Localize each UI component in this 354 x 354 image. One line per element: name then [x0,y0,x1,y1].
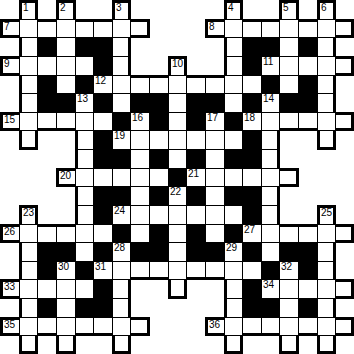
cell-3-1[interactable] [19,56,38,76]
cell-11-17[interactable]: 25 [317,205,336,225]
cell-13-1[interactable] [19,242,38,262]
block-cell-10-6 [112,186,131,206]
cell-13-4[interactable] [75,242,94,262]
block-cell-16-4 [75,298,94,318]
cell-4-12[interactable] [224,75,243,94]
block-cell-2-5 [93,37,113,57]
cell-4-15[interactable] [279,75,299,94]
cell-6-0[interactable]: 15 [0,112,20,131]
cell-6-7[interactable]: 16 [130,112,150,131]
cell-16-3[interactable] [56,298,76,318]
cell-3-6[interactable] [112,56,131,76]
cell-7-9[interactable] [168,130,187,150]
cell-9-7[interactable] [130,168,150,187]
cell-7-1[interactable] [19,130,38,150]
cell-17-0[interactable]: 35 [0,317,20,336]
cell-16-6[interactable] [112,298,131,318]
cell-9-8[interactable] [149,168,169,187]
cell-3-15[interactable] [279,56,299,76]
cell-15-6[interactable] [112,279,131,299]
cell-9-3[interactable]: 20 [56,168,76,187]
cell-3-16[interactable] [298,56,318,76]
cell-17-17[interactable] [317,317,336,336]
cell-3-18[interactable] [335,56,354,76]
cell-10-11[interactable] [205,186,225,206]
cell-12-11[interactable] [205,224,225,243]
cell-17-3[interactable] [56,317,76,336]
cell-2-12[interactable] [224,37,243,57]
cell-6-4[interactable] [75,112,94,131]
clue-number-18: 18 [244,113,255,123]
cell-7-4[interactable] [75,130,94,150]
block-cell-13-3 [56,242,76,262]
cell-3-0[interactable]: 9 [0,56,20,76]
cell-5-14[interactable]: 14 [261,93,280,113]
cell-17-4[interactable] [75,317,94,336]
block-cell-13-10 [186,242,206,262]
cell-9-14[interactable] [261,168,280,187]
cell-17-7[interactable] [130,317,150,336]
cell-9-12[interactable] [224,168,243,187]
clue-number-28: 28 [114,243,125,253]
cell-15-3[interactable] [56,279,76,299]
cell-12-1[interactable] [19,224,38,243]
cell-13-6[interactable]: 28 [112,242,131,262]
clue-number-23: 23 [23,208,34,218]
block-cell-4-14 [261,75,280,94]
cell-4-11[interactable] [205,75,225,94]
cell-8-14[interactable] [261,149,280,169]
cell-15-18[interactable] [335,279,354,299]
cell-2-6[interactable] [112,37,131,57]
cell-12-4[interactable] [75,224,94,243]
cell-11-6[interactable]: 24 [112,205,131,225]
cell-10-14[interactable] [261,186,280,206]
cell-1-5[interactable] [93,19,113,38]
cell-4-13[interactable] [242,75,262,94]
cell-1-16[interactable] [298,19,318,38]
block-cell-5-15 [279,93,299,113]
block-cell-11-5 [93,205,113,225]
cell-13-9[interactable] [168,242,187,262]
cell-17-6[interactable] [112,317,131,336]
cell-12-3[interactable] [56,224,76,243]
cell-1-12[interactable] [224,19,243,38]
cell-12-0[interactable]: 26 [0,224,20,243]
clue-number-32: 32 [281,262,292,272]
cell-17-5[interactable] [93,317,113,336]
cell-5-4[interactable]: 13 [75,93,94,113]
cell-11-10[interactable] [186,205,206,225]
cell-8-11[interactable] [205,149,225,169]
cell-15-16[interactable] [298,279,318,299]
cell-0-17[interactable]: 6 [317,0,336,20]
cell-18-1[interactable] [19,335,38,354]
cell-4-6[interactable] [112,75,131,94]
cell-15-1[interactable] [19,279,38,299]
cell-2-15[interactable] [279,37,299,57]
cell-6-14[interactable] [261,112,280,131]
cell-17-11[interactable]: 36 [205,317,225,336]
cell-3-9[interactable]: 10 [168,56,187,76]
block-cell-10-13 [242,186,262,206]
cell-12-17[interactable] [317,224,336,243]
clue-number-6: 6 [321,3,327,13]
cell-1-6[interactable] [112,19,131,38]
cell-9-15[interactable] [279,168,299,187]
cell-15-9[interactable] [168,279,187,299]
block-cell-5-10 [186,93,206,113]
block-cell-13-15 [279,242,299,262]
cell-5-9[interactable] [168,93,187,113]
block-cell-5-5 [93,93,113,113]
clue-number-34: 34 [263,280,274,290]
cell-2-1[interactable] [19,37,38,57]
cell-6-11[interactable]: 17 [205,112,225,131]
cell-11-8[interactable] [149,205,169,225]
cell-12-9[interactable] [168,224,187,243]
block-cell-8-8 [149,149,169,169]
cell-17-1[interactable] [19,317,38,336]
cell-7-10[interactable] [186,130,206,150]
block-cell-5-7 [130,93,150,113]
block-cell-13-5 [93,242,113,262]
cell-4-9[interactable] [168,75,187,94]
cell-18-17[interactable] [317,335,336,354]
cell-0-1[interactable]: 1 [19,0,38,20]
clue-number-10: 10 [172,59,183,69]
cell-7-14[interactable] [261,130,280,150]
cell-16-15[interactable] [279,298,299,318]
block-cell-8-12 [224,149,243,169]
cell-18-3[interactable] [56,335,76,354]
cell-7-11[interactable] [205,130,225,150]
cell-6-15[interactable] [279,112,299,131]
cell-2-17[interactable] [317,37,336,57]
cell-3-3[interactable] [56,56,76,76]
clue-number-1: 1 [23,3,29,13]
block-cell-13-8 [149,242,169,262]
cell-9-4[interactable] [75,168,94,187]
cell-5-6[interactable] [112,93,131,113]
clue-number-16: 16 [132,113,143,123]
cell-1-11[interactable]: 8 [205,19,225,38]
block-cell-16-2 [37,298,57,318]
block-cell-2-13 [242,37,262,57]
cell-3-2[interactable] [37,56,57,76]
cell-1-3[interactable] [56,19,76,38]
block-cell-11-13 [242,205,262,225]
clue-number-4: 4 [228,3,234,13]
cell-6-17[interactable] [317,112,336,131]
cell-7-6[interactable]: 19 [112,130,131,150]
cell-11-7[interactable] [130,205,150,225]
cell-4-7[interactable] [130,75,150,94]
clue-number-8: 8 [209,22,215,32]
cell-6-16[interactable] [298,112,318,131]
cell-17-2[interactable] [37,317,57,336]
cell-6-13[interactable]: 18 [242,112,262,131]
cell-6-2[interactable] [37,112,57,131]
cell-1-14[interactable] [261,19,280,38]
clue-number-30: 30 [58,262,69,272]
cell-7-8[interactable] [149,130,169,150]
cell-4-3[interactable] [56,75,76,94]
cell-13-17[interactable] [317,242,336,262]
cell-8-9[interactable] [168,149,187,169]
block-cell-5-16 [298,93,318,113]
cell-14-15[interactable]: 32 [279,261,299,280]
cell-1-15[interactable] [279,19,299,38]
block-cell-4-4 [75,75,94,94]
block-cell-6-10 [186,112,206,131]
cell-14-1[interactable] [19,261,38,280]
clue-number-20: 20 [60,171,71,181]
cell-8-7[interactable] [130,149,150,169]
cell-17-12[interactable] [224,317,243,336]
clue-number-17: 17 [207,113,218,123]
cell-4-10[interactable] [186,75,206,94]
cell-6-1[interactable] [19,112,38,131]
cell-12-16[interactable] [298,224,318,243]
cell-14-9[interactable] [168,261,187,280]
cell-15-15[interactable] [279,279,299,299]
clue-number-15: 15 [4,115,15,125]
block-cell-13-16 [298,242,318,262]
block-cell-10-12 [224,186,243,206]
cell-4-5[interactable]: 12 [93,75,113,94]
clue-number-3: 3 [116,3,122,13]
clue-number-26: 26 [4,227,15,237]
block-cell-12-6 [112,224,131,243]
cell-3-12[interactable] [224,56,243,76]
cell-4-17[interactable] [317,75,336,94]
cell-6-9[interactable] [168,112,187,131]
cell-9-13[interactable] [242,168,262,187]
cell-1-13[interactable] [242,19,262,38]
block-cell-14-2 [37,261,57,280]
clue-number-7: 7 [4,22,10,32]
cell-18-12[interactable] [224,335,243,354]
cell-12-5[interactable] [93,224,113,243]
clue-number-5: 5 [283,3,289,13]
cell-12-13[interactable]: 27 [242,224,262,243]
block-cell-6-8 [149,112,169,131]
cell-1-0[interactable]: 7 [0,19,20,38]
clue-number-27: 27 [244,225,255,235]
block-cell-16-13 [242,298,262,318]
block-cell-12-8 [149,224,169,243]
block-cell-8-6 [112,149,131,169]
cell-18-15[interactable] [279,335,299,354]
cell-10-7[interactable] [130,186,150,206]
block-cell-10-8 [149,186,169,206]
cell-7-17[interactable] [317,130,336,150]
cell-17-13[interactable] [242,317,262,336]
block-cell-13-2 [37,242,57,262]
block-cell-13-13 [242,242,262,262]
cell-8-4[interactable] [75,149,94,169]
block-cell-12-12 [224,224,243,243]
cell-3-14[interactable]: 11 [261,56,280,76]
cell-11-11[interactable] [205,205,225,225]
cell-5-1[interactable] [19,93,38,113]
cell-7-7[interactable] [130,130,150,150]
cell-11-4[interactable] [75,205,94,225]
cell-13-12[interactable]: 29 [224,242,243,262]
block-cell-14-14 [261,261,280,280]
cell-17-16[interactable] [298,317,318,336]
clue-number-25: 25 [321,208,332,218]
cell-9-6[interactable] [112,168,131,187]
block-cell-13-7 [130,242,150,262]
cell-0-12[interactable]: 4 [224,0,243,20]
block-cell-10-10 [186,186,206,206]
block-cell-5-8 [149,93,169,113]
clue-number-35: 35 [4,320,15,330]
cell-17-14[interactable] [261,317,280,336]
cell-14-13[interactable] [242,261,262,280]
block-cell-13-11 [205,242,225,262]
clue-number-9: 9 [4,59,10,69]
block-cell-8-5 [93,149,113,169]
clue-number-36: 36 [209,320,220,330]
cell-0-15[interactable]: 5 [279,0,299,20]
block-cell-14-16 [298,261,318,280]
cell-14-3[interactable]: 30 [56,261,76,280]
cell-0-6[interactable]: 3 [112,0,131,20]
block-cell-14-4 [75,261,94,280]
block-cell-16-16 [298,298,318,318]
clue-number-13: 13 [77,94,88,104]
cell-15-12[interactable] [224,279,243,299]
cell-5-17[interactable] [317,93,336,113]
block-cell-10-5 [93,186,113,206]
cell-16-17[interactable] [317,298,336,318]
cell-9-10[interactable]: 21 [186,168,206,187]
clue-number-33: 33 [4,282,15,292]
cell-2-3[interactable] [56,37,76,57]
clue-number-29: 29 [226,243,237,253]
block-cell-7-13 [242,130,262,150]
block-cell-16-5 [93,298,113,318]
cell-14-7[interactable] [130,261,150,280]
cell-1-7[interactable] [130,19,150,38]
cell-14-17[interactable] [317,261,336,280]
cell-6-3[interactable] [56,112,76,131]
cell-11-12[interactable] [224,205,243,225]
block-cell-6-12 [224,112,243,131]
cell-12-14[interactable] [261,224,280,243]
clue-number-2: 2 [60,3,66,13]
cell-11-14[interactable] [261,205,280,225]
cell-14-8[interactable] [149,261,169,280]
cell-14-6[interactable] [112,261,131,280]
cell-1-2[interactable] [37,19,57,38]
block-cell-2-4 [75,37,94,57]
block-cell-15-5 [93,279,113,299]
block-cell-5-11 [205,93,225,113]
cell-14-5[interactable]: 31 [93,261,113,280]
cell-9-11[interactable] [205,168,225,187]
block-cell-2-16 [298,37,318,57]
cell-12-18[interactable] [335,224,354,243]
cell-3-4[interactable] [75,56,94,76]
cell-15-2[interactable] [37,279,57,299]
cell-0-3[interactable]: 2 [56,0,76,20]
clue-number-14: 14 [263,94,274,104]
cell-12-7[interactable] [130,224,150,243]
cell-17-18[interactable] [335,317,354,336]
cell-10-9[interactable]: 22 [168,186,187,206]
cell-18-6[interactable] [112,335,131,354]
cell-15-14[interactable]: 34 [261,279,280,299]
block-cell-3-5 [93,56,113,76]
cell-14-10[interactable] [186,261,206,280]
cell-4-8[interactable] [149,75,169,94]
cell-17-15[interactable] [279,317,299,336]
cell-15-0[interactable]: 33 [0,279,20,299]
block-cell-9-9 [168,168,187,187]
crossword-board: 1234567891011121314151617181920212223242… [0,0,354,354]
block-cell-5-13 [242,93,262,113]
block-cell-2-14 [261,37,280,57]
cell-4-1[interactable] [19,75,38,94]
cell-5-12[interactable] [224,93,243,113]
block-cell-7-5 [93,130,113,150]
cell-13-14[interactable] [261,242,280,262]
clue-number-22: 22 [170,187,181,197]
block-cell-15-13 [242,279,262,299]
cell-6-5[interactable] [93,112,113,131]
block-cell-3-13 [242,56,262,76]
block-cell-6-6 [112,112,131,131]
clue-number-24: 24 [114,206,125,216]
block-cell-8-10 [186,149,206,169]
cell-16-12[interactable] [224,298,243,318]
clue-number-21: 21 [188,169,199,179]
cell-1-18[interactable] [335,19,354,38]
cell-14-12[interactable] [224,261,243,280]
block-cell-2-2 [37,37,57,57]
block-cell-8-13 [242,149,262,169]
block-cell-4-2 [37,75,57,94]
cell-11-1[interactable]: 23 [19,205,38,225]
block-cell-12-10 [186,224,206,243]
cell-15-4[interactable] [75,279,94,299]
block-cell-4-16 [298,75,318,94]
cell-3-17[interactable] [317,56,336,76]
cell-1-1[interactable] [19,19,38,38]
cell-1-4[interactable] [75,19,94,38]
clue-number-19: 19 [114,131,125,141]
cell-6-18[interactable] [335,112,354,131]
cell-10-4[interactable] [75,186,94,206]
cell-12-15[interactable] [279,224,299,243]
cell-1-17[interactable] [317,19,336,38]
clue-number-31: 31 [95,262,106,272]
cell-15-17[interactable] [317,279,336,299]
cell-9-5[interactable] [93,168,113,187]
cell-11-9[interactable] [168,205,187,225]
block-cell-16-14 [261,298,280,318]
cell-7-12[interactable] [224,130,243,150]
block-cell-5-2 [37,93,57,113]
cell-12-2[interactable] [37,224,57,243]
cell-14-11[interactable] [205,261,225,280]
clue-number-12: 12 [95,76,106,86]
cell-16-1[interactable] [19,298,38,318]
